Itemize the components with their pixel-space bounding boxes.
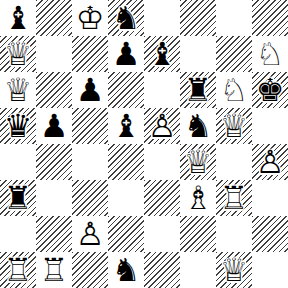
square-a6[interactable]: ♛♕	[0, 72, 36, 108]
piece-glyph-outline: ♜	[0, 180, 36, 216]
square-e3[interactable]	[144, 180, 180, 216]
square-h4[interactable]: ♟♙	[252, 144, 288, 180]
square-f2[interactable]	[180, 216, 216, 252]
square-d6[interactable]	[108, 72, 144, 108]
square-d1[interactable]: ♞♞	[108, 252, 144, 288]
piece-black-bishop[interactable]: ♝♝	[108, 108, 144, 144]
piece-black-bishop[interactable]: ♝♝	[0, 0, 36, 36]
square-c6[interactable]: ♟♟	[72, 72, 108, 108]
piece-white-rook[interactable]: ♜♖	[36, 252, 72, 288]
piece-white-pawn[interactable]: ♟♙	[252, 144, 288, 180]
square-d4[interactable]	[108, 144, 144, 180]
square-g5[interactable]: ♛♕	[216, 108, 252, 144]
square-b4[interactable]	[36, 144, 72, 180]
piece-white-pawn[interactable]: ♟♙	[72, 216, 108, 252]
piece-glyph-outline: ♙	[72, 216, 108, 252]
square-f6[interactable]: ♜♜	[180, 72, 216, 108]
piece-glyph-outline: ♚	[252, 72, 288, 108]
square-f5[interactable]: ♞♞	[180, 108, 216, 144]
piece-white-queen[interactable]: ♛♕	[216, 252, 252, 288]
square-g7[interactable]	[216, 36, 252, 72]
piece-glyph-outline: ♔	[72, 0, 108, 36]
piece-glyph-outline: ♘	[216, 72, 252, 108]
piece-glyph-outline: ♞	[180, 108, 216, 144]
square-g1[interactable]: ♛♕	[216, 252, 252, 288]
piece-glyph-outline: ♞	[108, 0, 144, 36]
square-a5[interactable]: ♛♛	[0, 108, 36, 144]
square-a4[interactable]	[0, 144, 36, 180]
square-b2[interactable]	[36, 216, 72, 252]
square-h1[interactable]	[252, 252, 288, 288]
piece-white-queen[interactable]: ♛♕	[0, 72, 36, 108]
piece-white-rook[interactable]: ♜♖	[216, 180, 252, 216]
square-c7[interactable]	[72, 36, 108, 72]
square-c8[interactable]: ♚♔	[72, 0, 108, 36]
piece-white-bishop[interactable]: ♝♗	[180, 180, 216, 216]
square-h6[interactable]: ♚♚	[252, 72, 288, 108]
square-h3[interactable]	[252, 180, 288, 216]
piece-glyph-outline: ♘	[252, 36, 288, 72]
square-h7[interactable]: ♞♘	[252, 36, 288, 72]
square-d7[interactable]: ♟♟	[108, 36, 144, 72]
square-g6[interactable]: ♞♘	[216, 72, 252, 108]
square-b8[interactable]	[36, 0, 72, 36]
piece-glyph-outline: ♖	[36, 252, 72, 288]
piece-glyph-outline: ♖	[0, 252, 36, 288]
piece-glyph-outline: ♛	[0, 108, 36, 144]
piece-white-knight[interactable]: ♞♘	[252, 36, 288, 72]
square-g2[interactable]	[216, 216, 252, 252]
piece-glyph-outline: ♙	[144, 108, 180, 144]
piece-glyph-outline: ♟	[72, 72, 108, 108]
square-e7[interactable]: ♝♝	[144, 36, 180, 72]
piece-black-knight[interactable]: ♞♞	[180, 108, 216, 144]
square-f8[interactable]	[180, 0, 216, 36]
piece-white-pawn[interactable]: ♟♙	[144, 108, 180, 144]
piece-black-pawn[interactable]: ♟♟	[36, 108, 72, 144]
square-d5[interactable]: ♝♝	[108, 108, 144, 144]
piece-white-rook[interactable]: ♜♖	[0, 252, 36, 288]
square-c2[interactable]: ♟♙	[72, 216, 108, 252]
piece-glyph-outline: ♟	[108, 36, 144, 72]
piece-glyph-outline: ♝	[0, 0, 36, 36]
piece-glyph-outline: ♞	[108, 252, 144, 288]
square-h8[interactable]	[252, 0, 288, 36]
piece-glyph-outline: ♟	[36, 108, 72, 144]
square-d2[interactable]	[108, 216, 144, 252]
square-d8[interactable]: ♞♞	[108, 0, 144, 36]
square-a3[interactable]: ♜♜	[0, 180, 36, 216]
square-c4[interactable]	[72, 144, 108, 180]
square-e6[interactable]	[144, 72, 180, 108]
square-h2[interactable]	[252, 216, 288, 252]
piece-white-knight[interactable]: ♞♘	[216, 72, 252, 108]
piece-black-knight[interactable]: ♞♞	[108, 252, 144, 288]
piece-glyph-outline: ♕	[216, 108, 252, 144]
piece-glyph-outline: ♕	[216, 252, 252, 288]
piece-glyph-outline: ♕	[180, 144, 216, 180]
square-g3[interactable]: ♜♖	[216, 180, 252, 216]
square-f7[interactable]	[180, 36, 216, 72]
piece-glyph-outline: ♜	[180, 72, 216, 108]
square-c3[interactable]	[72, 180, 108, 216]
piece-black-rook[interactable]: ♜♜	[180, 72, 216, 108]
piece-black-rook[interactable]: ♜♜	[0, 180, 36, 216]
piece-white-queen[interactable]: ♛♕	[216, 108, 252, 144]
piece-black-bishop[interactable]: ♝♝	[144, 36, 180, 72]
piece-glyph-outline: ♝	[108, 108, 144, 144]
piece-black-queen[interactable]: ♛♛	[0, 108, 36, 144]
square-f3[interactable]: ♝♗	[180, 180, 216, 216]
piece-glyph-outline: ♖	[216, 180, 252, 216]
square-c5[interactable]	[72, 108, 108, 144]
square-e1[interactable]	[144, 252, 180, 288]
square-e5[interactable]: ♟♙	[144, 108, 180, 144]
square-f4[interactable]: ♛♕	[180, 144, 216, 180]
piece-black-knight[interactable]: ♞♞	[108, 0, 144, 36]
piece-glyph-outline: ♕	[0, 36, 36, 72]
piece-glyph-outline: ♗	[180, 180, 216, 216]
square-e2[interactable]	[144, 216, 180, 252]
square-a1[interactable]: ♜♖	[0, 252, 36, 288]
piece-black-pawn[interactable]: ♟♟	[72, 72, 108, 108]
square-a7[interactable]: ♛♕	[0, 36, 36, 72]
square-h5[interactable]	[252, 108, 288, 144]
square-a2[interactable]	[0, 216, 36, 252]
piece-glyph-outline: ♝	[144, 36, 180, 72]
square-c1[interactable]	[72, 252, 108, 288]
piece-white-king[interactable]: ♚♔	[72, 0, 108, 36]
square-e8[interactable]	[144, 0, 180, 36]
square-e4[interactable]	[144, 144, 180, 180]
square-b7[interactable]	[36, 36, 72, 72]
piece-glyph-outline: ♙	[252, 144, 288, 180]
chess-board: ♝♝♚♔♞♞♛♕♟♟♝♝♞♘♛♕♟♟♜♜♞♘♚♚♛♛♟♟♝♝♟♙♞♞♛♕♛♕♟♙…	[0, 0, 288, 288]
square-d3[interactable]	[108, 180, 144, 216]
square-g4[interactable]	[216, 144, 252, 180]
square-b6[interactable]	[36, 72, 72, 108]
piece-black-king[interactable]: ♚♚	[252, 72, 288, 108]
square-f1[interactable]	[180, 252, 216, 288]
square-b3[interactable]	[36, 180, 72, 216]
piece-white-queen[interactable]: ♛♕	[180, 144, 216, 180]
piece-black-pawn[interactable]: ♟♟	[108, 36, 144, 72]
piece-glyph-outline: ♕	[0, 72, 36, 108]
square-a8[interactable]: ♝♝	[0, 0, 36, 36]
square-g8[interactable]	[216, 0, 252, 36]
piece-white-queen[interactable]: ♛♕	[0, 36, 36, 72]
square-b5[interactable]: ♟♟	[36, 108, 72, 144]
square-b1[interactable]: ♜♖	[36, 252, 72, 288]
